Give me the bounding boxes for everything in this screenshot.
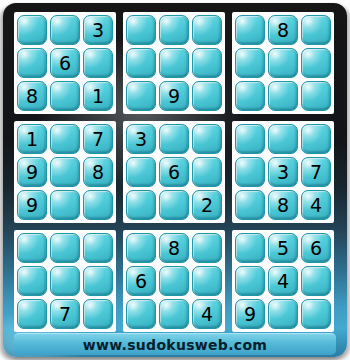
cell-r9c4[interactable] [126, 299, 156, 329]
cell-r2c2[interactable]: 6 [50, 48, 80, 78]
cell-r1c2[interactable] [50, 15, 80, 45]
cell-r2c6[interactable] [192, 48, 222, 78]
cell-r8c1[interactable] [17, 266, 47, 296]
sudoku-box-3-2: 864 [123, 230, 225, 332]
cell-r3c4[interactable] [126, 81, 156, 111]
cell-r7c2[interactable] [50, 233, 80, 263]
cell-r4c4[interactable]: 3 [126, 124, 156, 154]
cell-r8c5[interactable] [159, 266, 189, 296]
sudoku-box-1-3: 8 [232, 12, 334, 114]
cell-r1c4[interactable] [126, 15, 156, 45]
sudoku-box-1-1: 3681 [14, 12, 116, 114]
cell-r5c3[interactable]: 8 [83, 157, 113, 187]
cell-r4c2[interactable] [50, 124, 80, 154]
cell-r6c4[interactable] [126, 190, 156, 220]
cell-r7c7[interactable] [235, 233, 265, 263]
cell-r3c2[interactable] [50, 81, 80, 111]
sudoku-box-2-3: 3784 [232, 121, 334, 223]
cell-r9c3[interactable] [83, 299, 113, 329]
cell-r7c6[interactable] [192, 233, 222, 263]
cell-r9c1[interactable] [17, 299, 47, 329]
cell-r8c8[interactable]: 4 [268, 266, 298, 296]
cell-r1c7[interactable] [235, 15, 265, 45]
cell-r6c2[interactable] [50, 190, 80, 220]
cell-r8c2[interactable] [50, 266, 80, 296]
cell-r6c6[interactable]: 2 [192, 190, 222, 220]
cell-r3c1[interactable]: 8 [17, 81, 47, 111]
cell-r7c3[interactable] [83, 233, 113, 263]
cell-r4c1[interactable]: 1 [17, 124, 47, 154]
cell-r6c9[interactable]: 4 [301, 190, 331, 220]
cell-r9c9[interactable] [301, 299, 331, 329]
cell-r4c8[interactable] [268, 124, 298, 154]
cell-r7c5[interactable]: 8 [159, 233, 189, 263]
cell-r2c9[interactable] [301, 48, 331, 78]
cell-r1c5[interactable] [159, 15, 189, 45]
sudoku-grid: 36819817989362378478645649 [14, 12, 334, 332]
cell-r3c6[interactable] [192, 81, 222, 111]
cell-r8c4[interactable]: 6 [126, 266, 156, 296]
cell-r2c4[interactable] [126, 48, 156, 78]
cell-r3c9[interactable] [301, 81, 331, 111]
cell-r2c5[interactable] [159, 48, 189, 78]
cell-r2c3[interactable] [83, 48, 113, 78]
footer-bar: www.sudokusweb.com [14, 333, 336, 355]
cell-r7c1[interactable] [17, 233, 47, 263]
cell-r8c6[interactable] [192, 266, 222, 296]
cell-r4c3[interactable]: 7 [83, 124, 113, 154]
cell-r3c5[interactable]: 9 [159, 81, 189, 111]
cell-r5c4[interactable] [126, 157, 156, 187]
cell-r7c8[interactable]: 5 [268, 233, 298, 263]
cell-r1c9[interactable] [301, 15, 331, 45]
sudoku-box-3-3: 5649 [232, 230, 334, 332]
cell-r4c9[interactable] [301, 124, 331, 154]
cell-r6c5[interactable] [159, 190, 189, 220]
cell-r9c7[interactable]: 9 [235, 299, 265, 329]
cell-r7c4[interactable] [126, 233, 156, 263]
cell-r3c3[interactable]: 1 [83, 81, 113, 111]
cell-r3c7[interactable] [235, 81, 265, 111]
cell-r6c1[interactable]: 9 [17, 190, 47, 220]
cell-r8c9[interactable] [301, 266, 331, 296]
cell-r8c7[interactable] [235, 266, 265, 296]
cell-r2c1[interactable] [17, 48, 47, 78]
sudoku-box-3-1: 7 [14, 230, 116, 332]
cell-r9c6[interactable]: 4 [192, 299, 222, 329]
cell-r9c8[interactable] [268, 299, 298, 329]
cell-r9c2[interactable]: 7 [50, 299, 80, 329]
cell-r3c8[interactable] [268, 81, 298, 111]
cell-r5c7[interactable] [235, 157, 265, 187]
cell-r4c7[interactable] [235, 124, 265, 154]
cell-r5c5[interactable]: 6 [159, 157, 189, 187]
cell-r8c3[interactable] [83, 266, 113, 296]
cell-r1c6[interactable] [192, 15, 222, 45]
cell-r7c9[interactable]: 6 [301, 233, 331, 263]
cell-r5c9[interactable]: 7 [301, 157, 331, 187]
cell-r6c8[interactable]: 8 [268, 190, 298, 220]
sudoku-board-frame: 36819817989362378478645649 www.sudokuswe… [3, 3, 347, 357]
cell-r1c8[interactable]: 8 [268, 15, 298, 45]
cell-r4c6[interactable] [192, 124, 222, 154]
cell-r5c8[interactable]: 3 [268, 157, 298, 187]
cell-r6c7[interactable] [235, 190, 265, 220]
cell-r6c3[interactable] [83, 190, 113, 220]
cell-r1c3[interactable]: 3 [83, 15, 113, 45]
sudoku-box-2-2: 362 [123, 121, 225, 223]
cell-r5c2[interactable] [50, 157, 80, 187]
cell-r2c7[interactable] [235, 48, 265, 78]
sudoku-box-2-1: 17989 [14, 121, 116, 223]
site-link[interactable]: www.sudokusweb.com [83, 337, 267, 353]
cell-r2c8[interactable] [268, 48, 298, 78]
cell-r5c6[interactable] [192, 157, 222, 187]
cell-r1c1[interactable] [17, 15, 47, 45]
cell-r9c5[interactable] [159, 299, 189, 329]
cell-r5c1[interactable]: 9 [17, 157, 47, 187]
sudoku-box-1-2: 9 [123, 12, 225, 114]
cell-r4c5[interactable] [159, 124, 189, 154]
